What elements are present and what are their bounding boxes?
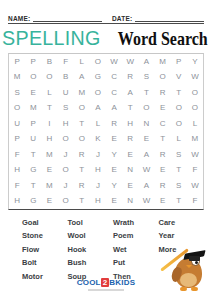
grid-cell-r2c4[interactable]: B — [57, 70, 73, 86]
grid-cell-r4c7[interactable]: A — [106, 101, 122, 117]
grid-cell-r4c12[interactable]: O — [187, 101, 203, 117]
grid-cell-r10c3[interactable]: E — [41, 194, 57, 210]
date-label: DATE: — [112, 15, 135, 22]
word-item-wool: Wool — [68, 229, 114, 242]
grid-cell-r8c3[interactable]: E — [41, 163, 57, 179]
grid-cell-r5c10[interactable]: C — [154, 116, 170, 132]
grid-cell-r8c8[interactable]: N — [122, 163, 138, 179]
grid-cell-r7c10[interactable]: R — [154, 147, 170, 163]
grid-cell-r4c8[interactable]: T — [122, 101, 138, 117]
grid-cell-r4c9[interactable]: O — [138, 101, 154, 117]
grid-cell-r6c8[interactable]: R — [122, 132, 138, 148]
grid-cell-r9c12[interactable]: W — [187, 178, 203, 194]
grid-cell-r6c4[interactable]: O — [57, 132, 73, 148]
grid-cell-r6c12[interactable]: M — [187, 132, 203, 148]
grid-cell-r3c5[interactable]: M — [74, 85, 90, 101]
grid-cell-r1c2[interactable]: P — [25, 54, 41, 70]
grid-cell-r10c2[interactable]: G — [25, 194, 41, 210]
grid-cell-r8c6[interactable]: H — [90, 163, 106, 179]
grid-cell-r2c9[interactable]: S — [138, 70, 154, 86]
grid-cell-r7c1[interactable]: F — [9, 147, 25, 163]
grid-cell-r3c7[interactable]: C — [106, 85, 122, 101]
logo-bkids: BKIDS — [109, 278, 135, 287]
grid-cell-r10c9[interactable]: W — [138, 194, 154, 210]
grid-cell-r1c7[interactable]: W — [106, 54, 122, 70]
letter-grid: PPBFLOWWAMPYMOOBAGCRSOVWSELUMOCATRTOOMTS… — [9, 54, 203, 209]
grid-cell-r9c5[interactable]: R — [74, 178, 90, 194]
grid-cell-r6c10[interactable]: T — [154, 132, 170, 148]
grid-cell-r3c3[interactable]: L — [41, 85, 57, 101]
page-title: SPELLING Word Search — [0, 26, 212, 51]
grid-cell-r8c10[interactable]: E — [154, 163, 170, 179]
grid-cell-r4c2[interactable]: M — [25, 101, 41, 117]
grid-cell-r5c2[interactable]: P — [25, 116, 41, 132]
grid-cell-r7c3[interactable]: M — [41, 147, 57, 163]
grid-cell-r10c5[interactable]: T — [74, 194, 90, 210]
grid-cell-r5c6[interactable]: L — [90, 116, 106, 132]
grid-cell-r6c7[interactable]: E — [106, 132, 122, 148]
grid-cell-r5c12[interactable]: L — [187, 116, 203, 132]
grid-cell-r3c10[interactable]: R — [154, 85, 170, 101]
grid-cell-r2c12[interactable]: W — [187, 70, 203, 86]
grid-cell-r4c11[interactable]: O — [171, 101, 187, 117]
grid-cell-r7c5[interactable]: R — [74, 147, 90, 163]
grid-cell-r10c6[interactable]: H — [90, 194, 106, 210]
word-item-bush: Bush — [68, 256, 114, 269]
worksheet-page: NAME: DATE: SPELLING Word Search PPBFLOW… — [0, 0, 212, 300]
grid-cell-r7c11[interactable]: S — [171, 147, 187, 163]
grid-cell-r9c6[interactable]: J — [90, 178, 106, 194]
grid-cell-r7c9[interactable]: A — [138, 147, 154, 163]
owl-foot-right — [191, 287, 198, 291]
grid-cell-r6c3[interactable]: H — [41, 132, 57, 148]
grid-cell-r2c1[interactable]: M — [9, 70, 25, 86]
logo-tagline — [88, 289, 124, 291]
grid-cell-r7c4[interactable]: J — [57, 147, 73, 163]
grid-cell-r4c6[interactable]: A — [90, 101, 106, 117]
graduation-cap-base — [189, 256, 200, 261]
grid-cell-r4c3[interactable]: T — [41, 101, 57, 117]
grid-cell-r3c4[interactable]: U — [57, 85, 73, 101]
word-item-wet: Wet — [113, 243, 159, 256]
word-item-stone: Stone — [22, 229, 68, 242]
grid-cell-r8c9[interactable]: W — [138, 163, 154, 179]
grid-cell-r5c11[interactable]: O — [171, 116, 187, 132]
grid-cell-r9c9[interactable]: A — [138, 178, 154, 194]
title-spelling: SPELLING — [2, 26, 101, 50]
word-item-wrath: Wrath — [113, 216, 159, 229]
grid-cell-r2c8[interactable]: R — [122, 70, 138, 86]
date-underline — [135, 11, 204, 22]
grid-cell-r1c12[interactable]: Y — [187, 54, 203, 70]
grid-cell-r2c5[interactable]: A — [74, 70, 90, 86]
grid-cell-r9c4[interactable]: J — [57, 178, 73, 194]
grid-cell-r5c5[interactable]: T — [74, 116, 90, 132]
grid-cell-r4c10[interactable]: E — [154, 101, 170, 117]
word-column-2: ToolWoolHookBushSoup — [68, 216, 114, 283]
grid-cell-r3c8[interactable]: A — [122, 85, 138, 101]
grid-cell-r7c7[interactable]: Y — [106, 147, 122, 163]
grid-box: PPBFLOWWAMPYMOOBAGCRSOVWSELUMOCATRTOOMTS… — [8, 53, 204, 210]
header-rule — [8, 23, 204, 24]
header: NAME: DATE: — [8, 10, 204, 22]
grid-cell-r10c11[interactable]: T — [171, 194, 187, 210]
grid-cell-r5c7[interactable]: R — [106, 116, 122, 132]
word-column-1: GoalStoneFlowBoltMotor — [22, 216, 68, 283]
grid-cell-r1c9[interactable]: A — [138, 54, 154, 70]
grid-cell-r10c12[interactable]: F — [187, 194, 203, 210]
grid-cell-r3c2[interactable]: E — [25, 85, 41, 101]
grid-cell-r5c1[interactable]: U — [9, 116, 25, 132]
grid-cell-r5c9[interactable]: N — [138, 116, 154, 132]
grid-cell-r5c8[interactable]: H — [122, 116, 138, 132]
grid-cell-r7c12[interactable]: W — [187, 147, 203, 163]
grid-cell-r6c2[interactable]: U — [25, 132, 41, 148]
grid-cell-r1c1[interactable]: P — [9, 54, 25, 70]
grid-cell-r9c2[interactable]: T — [25, 178, 41, 194]
grid-cell-r8c1[interactable]: H — [9, 163, 25, 179]
grid-cell-r4c1[interactable]: O — [9, 101, 25, 117]
grid-cell-r9c1[interactable]: F — [9, 178, 25, 194]
word-item-hook: Hook — [68, 243, 114, 256]
grid-cell-r4c5[interactable]: O — [74, 101, 90, 117]
word-item-poem: Poem — [113, 229, 159, 242]
grid-cell-r1c3[interactable]: B — [41, 54, 57, 70]
grid-cell-r3c6[interactable]: O — [90, 85, 106, 101]
word-column-3: WrathPoemWetPutThen — [113, 216, 159, 283]
grid-cell-r1c6[interactable]: O — [90, 54, 106, 70]
word-item-care: Care — [159, 216, 205, 229]
grid-cell-r9c11[interactable]: S — [171, 178, 187, 194]
word-item-tool: Tool — [68, 216, 114, 229]
grid-cell-r3c9[interactable]: T — [138, 85, 154, 101]
grid-cell-r10c8[interactable]: N — [122, 194, 138, 210]
grid-cell-r4c4[interactable]: S — [57, 101, 73, 117]
grid-cell-r1c8[interactable]: W — [122, 54, 138, 70]
grid-cell-r6c5[interactable]: O — [74, 132, 90, 148]
grid-cell-r8c7[interactable]: E — [106, 163, 122, 179]
grid-cell-r8c5[interactable]: T — [74, 163, 90, 179]
grid-cell-r2c2[interactable]: O — [25, 70, 41, 86]
grid-cell-r3c12[interactable]: O — [187, 85, 203, 101]
grid-cell-r8c12[interactable]: F — [187, 163, 203, 179]
owl-mascot — [155, 244, 209, 292]
grid-cell-r10c10[interactable]: E — [154, 194, 170, 210]
grid-cell-r2c7[interactable]: C — [106, 70, 122, 86]
grid-cell-r10c1[interactable]: H — [9, 194, 25, 210]
grid-cell-r9c8[interactable]: E — [122, 178, 138, 194]
title-word-search: Word Search — [118, 28, 208, 50]
grid-cell-r3c11[interactable]: T — [171, 85, 187, 101]
grid-cell-r2c11[interactable]: V — [171, 70, 187, 86]
grid-cell-r9c7[interactable]: Y — [106, 178, 122, 194]
grid-cell-r5c3[interactable]: I — [41, 116, 57, 132]
grid-cell-r6c6[interactable]: K — [90, 132, 106, 148]
grid-cell-r7c8[interactable]: E — [122, 147, 138, 163]
name-underline — [33, 11, 102, 22]
grid-cell-r6c11[interactable]: L — [171, 132, 187, 148]
owl-belly — [180, 273, 197, 287]
grid-cell-r7c2[interactable]: T — [25, 147, 41, 163]
grid-cell-r1c10[interactable]: M — [154, 54, 170, 70]
logo-cool: COOL — [77, 278, 101, 287]
grid-cell-r2c10[interactable]: O — [154, 70, 170, 86]
grid-cell-r2c6[interactable]: G — [90, 70, 106, 86]
grid-cell-r3c1[interactable]: S — [9, 85, 25, 101]
word-item-year: Year — [159, 229, 205, 242]
owl-beak — [186, 265, 192, 268]
word-item-goal: Goal — [22, 216, 68, 229]
word-item-put: Put — [113, 256, 159, 269]
grid-cell-r1c4[interactable]: F — [57, 54, 73, 70]
grid-cell-r10c4[interactable]: O — [57, 194, 73, 210]
name-label: NAME: — [8, 15, 33, 22]
grid-cell-r2c3[interactable]: O — [41, 70, 57, 86]
grid-cell-r6c1[interactable]: P — [9, 132, 25, 148]
grid-cell-r5c4[interactable]: H — [57, 116, 73, 132]
grid-cell-r8c4[interactable]: O — [57, 163, 73, 179]
word-item-bolt: Bolt — [22, 256, 68, 269]
grid-cell-r9c10[interactable]: R — [154, 178, 170, 194]
word-item-flow: Flow — [22, 243, 68, 256]
grid-cell-r9c3[interactable]: M — [41, 178, 57, 194]
grid-cell-r8c2[interactable]: G — [25, 163, 41, 179]
grid-cell-r7c6[interactable]: J — [90, 147, 106, 163]
owl-foot-left — [180, 287, 187, 291]
grid-cell-r10c7[interactable]: E — [106, 194, 122, 210]
grid-cell-r6c9[interactable]: E — [138, 132, 154, 148]
grid-cell-r8c11[interactable]: T — [171, 163, 187, 179]
grid-cell-r1c5[interactable]: L — [74, 54, 90, 70]
logo-two: 2 — [101, 278, 109, 287]
grid-cell-r1c11[interactable]: P — [171, 54, 187, 70]
